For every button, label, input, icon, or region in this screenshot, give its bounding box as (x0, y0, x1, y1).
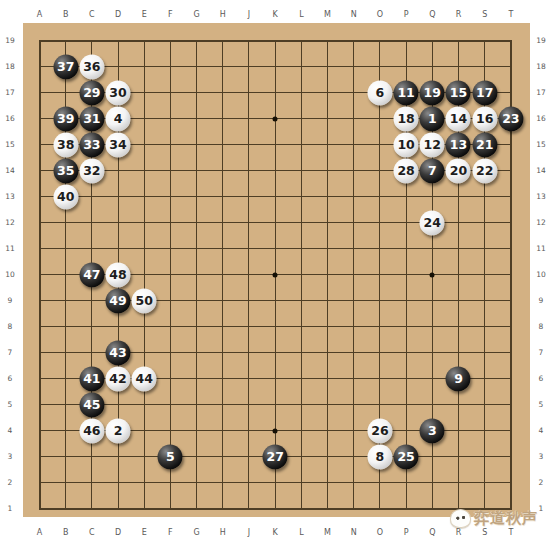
intersection-R5[interactable] (445, 392, 471, 418)
intersection-P7[interactable] (393, 340, 419, 366)
intersection-M2[interactable] (314, 470, 340, 496)
intersection-T6[interactable] (498, 366, 524, 392)
intersection-H13[interactable] (210, 184, 236, 210)
intersection-L19[interactable] (288, 28, 314, 54)
intersection-Q18[interactable] (419, 54, 445, 80)
intersection-O7[interactable] (367, 340, 393, 366)
intersection-R13[interactable] (445, 184, 471, 210)
intersection-T14[interactable] (498, 158, 524, 184)
intersection-H2[interactable] (210, 470, 236, 496)
intersection-P4[interactable] (393, 418, 419, 444)
intersection-H10[interactable] (210, 262, 236, 288)
intersection-K1[interactable] (262, 496, 288, 522)
intersection-F15[interactable] (157, 132, 183, 158)
intersection-D17[interactable]: 30 (105, 80, 131, 106)
intersection-F4[interactable] (157, 418, 183, 444)
intersection-C16[interactable]: 31 (79, 106, 105, 132)
intersection-O17[interactable]: 6 (367, 80, 393, 106)
intersection-J16[interactable] (236, 106, 262, 132)
intersection-T3[interactable] (498, 444, 524, 470)
intersection-B9[interactable] (53, 288, 79, 314)
intersection-B11[interactable] (53, 236, 79, 262)
intersection-N16[interactable] (341, 106, 367, 132)
intersection-Q16[interactable]: 1 (419, 106, 445, 132)
intersection-K3[interactable]: 27 (262, 444, 288, 470)
intersection-M17[interactable] (314, 80, 340, 106)
intersection-B5[interactable] (53, 392, 79, 418)
intersection-O14[interactable] (367, 158, 393, 184)
intersection-G6[interactable] (184, 366, 210, 392)
intersection-M9[interactable] (314, 288, 340, 314)
intersection-D16[interactable]: 4 (105, 106, 131, 132)
intersection-G17[interactable] (184, 80, 210, 106)
intersection-J10[interactable] (236, 262, 262, 288)
intersection-C14[interactable]: 32 (79, 158, 105, 184)
intersection-N19[interactable] (341, 28, 367, 54)
intersection-R19[interactable] (445, 28, 471, 54)
intersection-T13[interactable] (498, 184, 524, 210)
intersection-R10[interactable] (445, 262, 471, 288)
intersection-K6[interactable] (262, 366, 288, 392)
intersection-N4[interactable] (341, 418, 367, 444)
intersection-S14[interactable]: 22 (472, 158, 498, 184)
intersection-S5[interactable] (472, 392, 498, 418)
intersection-E13[interactable] (131, 184, 157, 210)
intersection-K19[interactable] (262, 28, 288, 54)
intersection-J14[interactable] (236, 158, 262, 184)
intersection-R2[interactable] (445, 470, 471, 496)
intersection-N5[interactable] (341, 392, 367, 418)
intersection-C9[interactable] (79, 288, 105, 314)
intersection-N12[interactable] (341, 210, 367, 236)
intersection-J8[interactable] (236, 314, 262, 340)
intersection-B16[interactable]: 39 (53, 106, 79, 132)
intersection-K2[interactable] (262, 470, 288, 496)
intersection-S12[interactable] (472, 210, 498, 236)
intersection-P15[interactable]: 10 (393, 132, 419, 158)
intersection-M7[interactable] (314, 340, 340, 366)
intersection-G14[interactable] (184, 158, 210, 184)
intersection-P16[interactable]: 18 (393, 106, 419, 132)
intersection-A1[interactable] (26, 496, 52, 522)
intersection-L7[interactable] (288, 340, 314, 366)
intersection-K9[interactable] (262, 288, 288, 314)
intersection-F1[interactable] (157, 496, 183, 522)
intersection-Q2[interactable] (419, 470, 445, 496)
intersection-Q5[interactable] (419, 392, 445, 418)
intersection-T7[interactable] (498, 340, 524, 366)
intersection-L13[interactable] (288, 184, 314, 210)
intersection-E16[interactable] (131, 106, 157, 132)
intersection-A11[interactable] (26, 236, 52, 262)
intersection-F10[interactable] (157, 262, 183, 288)
intersection-T18[interactable] (498, 54, 524, 80)
intersection-F9[interactable] (157, 288, 183, 314)
intersection-K12[interactable] (262, 210, 288, 236)
intersection-G13[interactable] (184, 184, 210, 210)
intersection-F6[interactable] (157, 366, 183, 392)
intersection-O5[interactable] (367, 392, 393, 418)
intersection-M1[interactable] (314, 496, 340, 522)
intersection-D8[interactable] (105, 314, 131, 340)
intersection-Q14[interactable]: 7 (419, 158, 445, 184)
intersection-N3[interactable] (341, 444, 367, 470)
intersection-T16[interactable]: 23 (498, 106, 524, 132)
intersection-J17[interactable] (236, 80, 262, 106)
intersection-A6[interactable] (26, 366, 52, 392)
intersection-J11[interactable] (236, 236, 262, 262)
intersection-K13[interactable] (262, 184, 288, 210)
intersection-E19[interactable] (131, 28, 157, 54)
intersection-Q4[interactable]: 3 (419, 418, 445, 444)
intersection-O9[interactable] (367, 288, 393, 314)
intersection-T10[interactable] (498, 262, 524, 288)
intersection-R14[interactable]: 20 (445, 158, 471, 184)
intersection-C12[interactable] (79, 210, 105, 236)
intersection-G12[interactable] (184, 210, 210, 236)
intersection-S7[interactable] (472, 340, 498, 366)
intersection-C7[interactable] (79, 340, 105, 366)
intersection-D15[interactable]: 34 (105, 132, 131, 158)
intersection-J4[interactable] (236, 418, 262, 444)
intersection-S19[interactable] (472, 28, 498, 54)
intersection-J18[interactable] (236, 54, 262, 80)
intersection-O2[interactable] (367, 470, 393, 496)
intersection-A19[interactable] (26, 28, 52, 54)
intersection-L1[interactable] (288, 496, 314, 522)
intersection-T2[interactable] (498, 470, 524, 496)
intersection-H8[interactable] (210, 314, 236, 340)
intersection-S13[interactable] (472, 184, 498, 210)
intersection-E1[interactable] (131, 496, 157, 522)
intersection-A2[interactable] (26, 470, 52, 496)
intersection-O15[interactable] (367, 132, 393, 158)
intersection-E2[interactable] (131, 470, 157, 496)
intersection-J6[interactable] (236, 366, 262, 392)
intersection-B8[interactable] (53, 314, 79, 340)
intersection-K18[interactable] (262, 54, 288, 80)
intersection-T9[interactable] (498, 288, 524, 314)
intersection-G11[interactable] (184, 236, 210, 262)
intersection-Q19[interactable] (419, 28, 445, 54)
intersection-O8[interactable] (367, 314, 393, 340)
intersection-O4[interactable]: 26 (367, 418, 393, 444)
intersection-Q8[interactable] (419, 314, 445, 340)
intersection-K11[interactable] (262, 236, 288, 262)
intersection-S6[interactable] (472, 366, 498, 392)
intersection-B18[interactable]: 37 (53, 54, 79, 80)
intersection-M11[interactable] (314, 236, 340, 262)
intersection-F13[interactable] (157, 184, 183, 210)
intersection-P2[interactable] (393, 470, 419, 496)
intersection-S4[interactable] (472, 418, 498, 444)
intersection-L18[interactable] (288, 54, 314, 80)
intersection-P11[interactable] (393, 236, 419, 262)
intersection-D10[interactable]: 48 (105, 262, 131, 288)
intersection-M12[interactable] (314, 210, 340, 236)
intersection-F7[interactable] (157, 340, 183, 366)
intersection-O11[interactable] (367, 236, 393, 262)
intersection-B1[interactable] (53, 496, 79, 522)
intersection-R17[interactable]: 15 (445, 80, 471, 106)
intersection-L6[interactable] (288, 366, 314, 392)
intersection-B10[interactable] (53, 262, 79, 288)
intersection-B15[interactable]: 38 (53, 132, 79, 158)
intersection-B19[interactable] (53, 28, 79, 54)
intersection-C8[interactable] (79, 314, 105, 340)
intersection-Q7[interactable] (419, 340, 445, 366)
intersection-H19[interactable] (210, 28, 236, 54)
intersection-D1[interactable] (105, 496, 131, 522)
intersection-H4[interactable] (210, 418, 236, 444)
intersection-K7[interactable] (262, 340, 288, 366)
intersection-D6[interactable]: 42 (105, 366, 131, 392)
intersection-N9[interactable] (341, 288, 367, 314)
intersection-C19[interactable] (79, 28, 105, 54)
intersection-H18[interactable] (210, 54, 236, 80)
intersection-Q6[interactable] (419, 366, 445, 392)
intersection-R16[interactable]: 14 (445, 106, 471, 132)
intersection-L11[interactable] (288, 236, 314, 262)
intersection-M15[interactable] (314, 132, 340, 158)
intersection-Q1[interactable] (419, 496, 445, 522)
intersection-N18[interactable] (341, 54, 367, 80)
intersection-N8[interactable] (341, 314, 367, 340)
intersection-O3[interactable]: 8 (367, 444, 393, 470)
intersection-L4[interactable] (288, 418, 314, 444)
intersection-N1[interactable] (341, 496, 367, 522)
intersection-B13[interactable]: 40 (53, 184, 79, 210)
intersection-J7[interactable] (236, 340, 262, 366)
intersection-R11[interactable] (445, 236, 471, 262)
intersection-C13[interactable] (79, 184, 105, 210)
intersection-B4[interactable] (53, 418, 79, 444)
intersection-N10[interactable] (341, 262, 367, 288)
intersection-F3[interactable]: 5 (157, 444, 183, 470)
intersection-A18[interactable] (26, 54, 52, 80)
intersection-F17[interactable] (157, 80, 183, 106)
intersection-J5[interactable] (236, 392, 262, 418)
intersection-G18[interactable] (184, 54, 210, 80)
intersection-Q11[interactable] (419, 236, 445, 262)
intersection-A9[interactable] (26, 288, 52, 314)
intersection-D14[interactable] (105, 158, 131, 184)
intersection-F19[interactable] (157, 28, 183, 54)
intersection-P17[interactable]: 11 (393, 80, 419, 106)
intersection-N2[interactable] (341, 470, 367, 496)
intersection-M3[interactable] (314, 444, 340, 470)
intersection-D11[interactable] (105, 236, 131, 262)
intersection-P1[interactable] (393, 496, 419, 522)
intersection-D13[interactable] (105, 184, 131, 210)
intersection-T19[interactable] (498, 28, 524, 54)
intersection-G19[interactable] (184, 28, 210, 54)
intersection-J9[interactable] (236, 288, 262, 314)
intersection-H16[interactable] (210, 106, 236, 132)
intersection-A17[interactable] (26, 80, 52, 106)
intersection-G4[interactable] (184, 418, 210, 444)
intersection-F11[interactable] (157, 236, 183, 262)
intersection-S16[interactable]: 16 (472, 106, 498, 132)
intersection-K17[interactable] (262, 80, 288, 106)
intersection-O16[interactable] (367, 106, 393, 132)
intersection-H6[interactable] (210, 366, 236, 392)
intersection-P10[interactable] (393, 262, 419, 288)
intersection-B2[interactable] (53, 470, 79, 496)
intersection-K4[interactable] (262, 418, 288, 444)
intersection-T17[interactable] (498, 80, 524, 106)
intersection-P6[interactable] (393, 366, 419, 392)
intersection-A4[interactable] (26, 418, 52, 444)
intersection-A3[interactable] (26, 444, 52, 470)
intersection-E6[interactable]: 44 (131, 366, 157, 392)
intersection-C3[interactable] (79, 444, 105, 470)
intersection-K14[interactable] (262, 158, 288, 184)
intersection-S8[interactable] (472, 314, 498, 340)
intersection-Q17[interactable]: 19 (419, 80, 445, 106)
intersection-M16[interactable] (314, 106, 340, 132)
intersection-L16[interactable] (288, 106, 314, 132)
intersection-E12[interactable] (131, 210, 157, 236)
intersection-R4[interactable] (445, 418, 471, 444)
intersection-N15[interactable] (341, 132, 367, 158)
intersection-L17[interactable] (288, 80, 314, 106)
intersection-S17[interactable]: 17 (472, 80, 498, 106)
intersection-O10[interactable] (367, 262, 393, 288)
intersection-L5[interactable] (288, 392, 314, 418)
intersection-M5[interactable] (314, 392, 340, 418)
intersection-H5[interactable] (210, 392, 236, 418)
intersection-A13[interactable] (26, 184, 52, 210)
intersection-T11[interactable] (498, 236, 524, 262)
intersection-M13[interactable] (314, 184, 340, 210)
intersection-B17[interactable] (53, 80, 79, 106)
intersection-S11[interactable] (472, 236, 498, 262)
intersection-R18[interactable] (445, 54, 471, 80)
intersection-P12[interactable] (393, 210, 419, 236)
intersection-M14[interactable] (314, 158, 340, 184)
intersection-E9[interactable]: 50 (131, 288, 157, 314)
intersection-T15[interactable] (498, 132, 524, 158)
intersection-A10[interactable] (26, 262, 52, 288)
intersection-C11[interactable] (79, 236, 105, 262)
intersection-D2[interactable] (105, 470, 131, 496)
intersection-N7[interactable] (341, 340, 367, 366)
intersection-L9[interactable] (288, 288, 314, 314)
intersection-Q3[interactable] (419, 444, 445, 470)
intersection-T8[interactable] (498, 314, 524, 340)
intersection-O6[interactable] (367, 366, 393, 392)
intersection-K15[interactable] (262, 132, 288, 158)
intersection-B12[interactable] (53, 210, 79, 236)
intersection-E18[interactable] (131, 54, 157, 80)
intersection-O19[interactable] (367, 28, 393, 54)
intersection-G16[interactable] (184, 106, 210, 132)
intersection-K16[interactable] (262, 106, 288, 132)
intersection-A5[interactable] (26, 392, 52, 418)
intersection-R9[interactable] (445, 288, 471, 314)
intersection-M18[interactable] (314, 54, 340, 80)
intersection-E11[interactable] (131, 236, 157, 262)
intersection-G10[interactable] (184, 262, 210, 288)
intersection-J2[interactable] (236, 470, 262, 496)
intersection-L10[interactable] (288, 262, 314, 288)
intersection-S18[interactable] (472, 54, 498, 80)
intersection-G2[interactable] (184, 470, 210, 496)
intersection-C1[interactable] (79, 496, 105, 522)
intersection-S10[interactable] (472, 262, 498, 288)
intersection-D18[interactable] (105, 54, 131, 80)
intersection-L3[interactable] (288, 444, 314, 470)
intersection-G7[interactable] (184, 340, 210, 366)
intersection-H9[interactable] (210, 288, 236, 314)
intersection-O1[interactable] (367, 496, 393, 522)
intersection-R12[interactable] (445, 210, 471, 236)
intersection-F5[interactable] (157, 392, 183, 418)
intersection-H12[interactable] (210, 210, 236, 236)
intersection-A8[interactable] (26, 314, 52, 340)
intersection-P14[interactable]: 28 (393, 158, 419, 184)
intersection-E17[interactable] (131, 80, 157, 106)
intersection-E14[interactable] (131, 158, 157, 184)
intersection-C15[interactable]: 33 (79, 132, 105, 158)
intersection-R3[interactable] (445, 444, 471, 470)
intersection-D7[interactable]: 43 (105, 340, 131, 366)
intersection-B3[interactable] (53, 444, 79, 470)
intersection-H11[interactable] (210, 236, 236, 262)
intersection-O13[interactable] (367, 184, 393, 210)
intersection-E4[interactable] (131, 418, 157, 444)
intersection-E7[interactable] (131, 340, 157, 366)
intersection-N13[interactable] (341, 184, 367, 210)
intersection-Q15[interactable]: 12 (419, 132, 445, 158)
intersection-D4[interactable]: 2 (105, 418, 131, 444)
intersection-A12[interactable] (26, 210, 52, 236)
intersection-P3[interactable]: 25 (393, 444, 419, 470)
intersection-B14[interactable]: 35 (53, 158, 79, 184)
intersection-G1[interactable] (184, 496, 210, 522)
intersection-A15[interactable] (26, 132, 52, 158)
intersection-G5[interactable] (184, 392, 210, 418)
intersection-Q9[interactable] (419, 288, 445, 314)
intersection-H15[interactable] (210, 132, 236, 158)
intersection-G3[interactable] (184, 444, 210, 470)
intersection-G9[interactable] (184, 288, 210, 314)
intersection-Q10[interactable] (419, 262, 445, 288)
intersection-J3[interactable] (236, 444, 262, 470)
intersection-C18[interactable]: 36 (79, 54, 105, 80)
intersection-K10[interactable] (262, 262, 288, 288)
intersection-G15[interactable] (184, 132, 210, 158)
intersection-G8[interactable] (184, 314, 210, 340)
intersection-F8[interactable] (157, 314, 183, 340)
intersection-C5[interactable]: 45 (79, 392, 105, 418)
intersection-Q12[interactable]: 24 (419, 210, 445, 236)
intersection-S3[interactable] (472, 444, 498, 470)
intersection-C6[interactable]: 41 (79, 366, 105, 392)
intersection-H14[interactable] (210, 158, 236, 184)
intersection-K5[interactable] (262, 392, 288, 418)
intersection-A14[interactable] (26, 158, 52, 184)
intersection-R15[interactable]: 13 (445, 132, 471, 158)
intersection-F2[interactable] (157, 470, 183, 496)
intersection-T4[interactable] (498, 418, 524, 444)
intersection-F18[interactable] (157, 54, 183, 80)
intersection-E5[interactable] (131, 392, 157, 418)
intersection-H1[interactable] (210, 496, 236, 522)
intersection-T5[interactable] (498, 392, 524, 418)
intersection-F12[interactable] (157, 210, 183, 236)
